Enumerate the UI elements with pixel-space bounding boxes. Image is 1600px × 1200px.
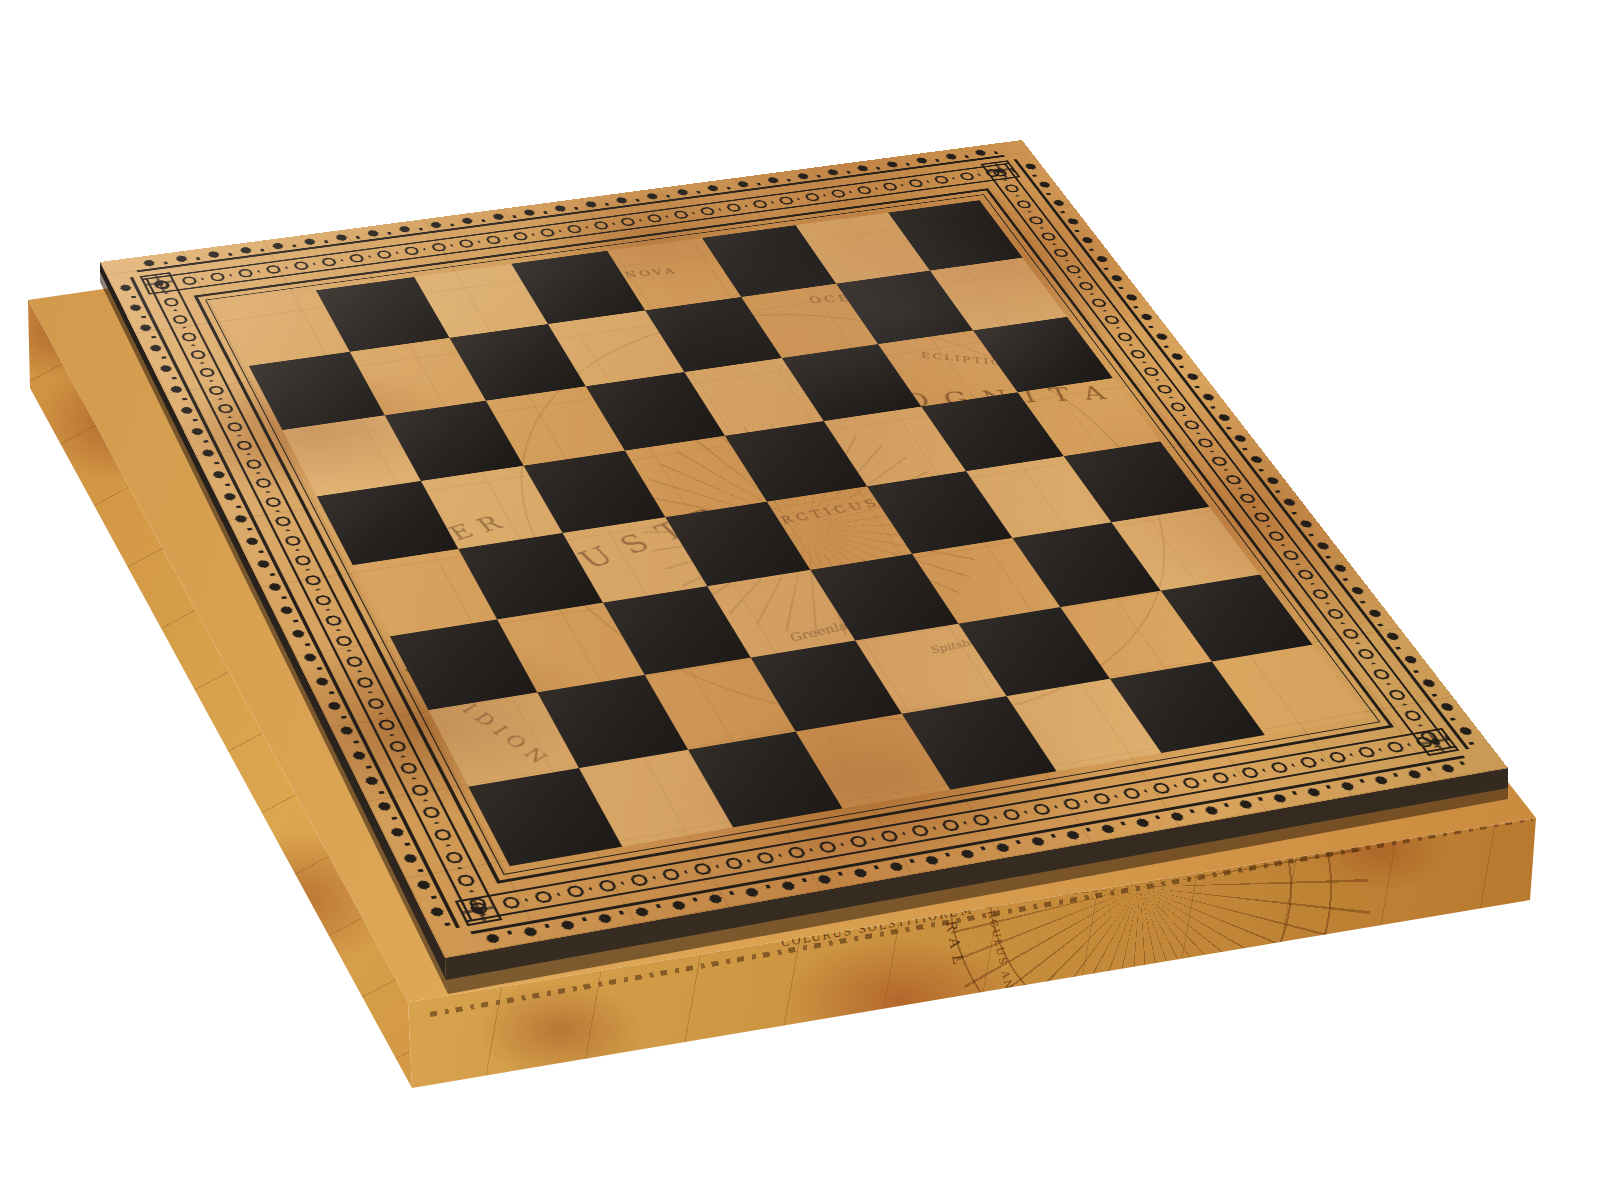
photo-canvas: COLURUS SOLSTITIORUM TRAL CIRCULUS ANTAR… <box>0 0 1600 1200</box>
